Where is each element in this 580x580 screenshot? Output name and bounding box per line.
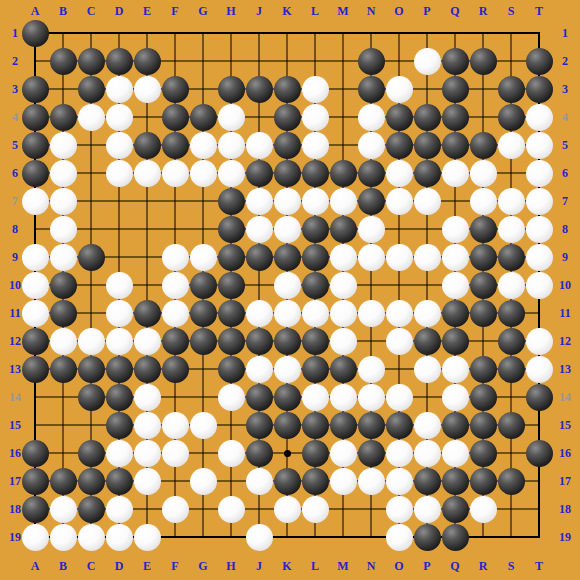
- stone-black-J12[interactable]: [246, 328, 273, 355]
- stone-white-F11[interactable]: [162, 300, 189, 327]
- stone-white-M10[interactable]: [330, 272, 357, 299]
- stone-black-C17[interactable]: [78, 468, 105, 495]
- stone-black-J14[interactable]: [246, 384, 273, 411]
- stone-white-P7[interactable]: [414, 188, 441, 215]
- stone-white-T6[interactable]: [526, 160, 553, 187]
- stone-black-R5[interactable]: [470, 132, 497, 159]
- col-label-top-H: H: [226, 5, 235, 17]
- stone-white-E16[interactable]: [134, 440, 161, 467]
- stone-white-B6[interactable]: [50, 160, 77, 187]
- stone-black-S12[interactable]: [498, 328, 525, 355]
- col-label-bottom-H: H: [226, 560, 235, 572]
- col-label-bottom-C: C: [87, 560, 96, 572]
- stone-white-D18[interactable]: [106, 496, 133, 523]
- stone-white-C12[interactable]: [78, 328, 105, 355]
- stone-black-E11[interactable]: [134, 300, 161, 327]
- row-label-right-18: 18: [559, 503, 571, 515]
- stone-black-H8[interactable]: [218, 216, 245, 243]
- stone-black-A6[interactable]: [22, 160, 49, 187]
- stone-black-Q11[interactable]: [442, 300, 469, 327]
- row-label-left-17: 17: [9, 475, 21, 487]
- row-label-left-18: 18: [9, 503, 21, 515]
- stone-white-D12[interactable]: [106, 328, 133, 355]
- stone-black-Q18[interactable]: [442, 496, 469, 523]
- stone-black-B10[interactable]: [50, 272, 77, 299]
- stone-white-E3[interactable]: [134, 76, 161, 103]
- stone-white-O18[interactable]: [386, 496, 413, 523]
- stone-black-A13[interactable]: [22, 356, 49, 383]
- col-label-bottom-F: F: [171, 560, 178, 572]
- stone-black-G10[interactable]: [190, 272, 217, 299]
- row-label-left-13: 13: [9, 363, 21, 375]
- stone-black-N16[interactable]: [358, 440, 385, 467]
- stone-white-E12[interactable]: [134, 328, 161, 355]
- stone-black-E5[interactable]: [134, 132, 161, 159]
- stone-black-C16[interactable]: [78, 440, 105, 467]
- stone-white-M11[interactable]: [330, 300, 357, 327]
- row-label-left-3: 3: [12, 83, 18, 95]
- stone-white-P16[interactable]: [414, 440, 441, 467]
- stone-white-M16[interactable]: [330, 440, 357, 467]
- col-label-bottom-K: K: [282, 560, 291, 572]
- stone-white-O14[interactable]: [386, 384, 413, 411]
- stone-white-J7[interactable]: [246, 188, 273, 215]
- stone-black-S11[interactable]: [498, 300, 525, 327]
- stone-white-F16[interactable]: [162, 440, 189, 467]
- stone-black-C9[interactable]: [78, 244, 105, 271]
- stone-black-H9[interactable]: [218, 244, 245, 271]
- row-label-right-16: 16: [559, 447, 571, 459]
- stone-white-H16[interactable]: [218, 440, 245, 467]
- stone-black-L6[interactable]: [302, 160, 329, 187]
- stone-black-L9[interactable]: [302, 244, 329, 271]
- stone-white-K7[interactable]: [274, 188, 301, 215]
- row-label-right-3: 3: [562, 83, 568, 95]
- stone-black-P19[interactable]: [414, 524, 441, 551]
- stone-white-P18[interactable]: [414, 496, 441, 523]
- stone-black-A4[interactable]: [22, 104, 49, 131]
- stone-black-A16[interactable]: [22, 440, 49, 467]
- col-label-top-P: P: [423, 5, 430, 17]
- stone-white-P9[interactable]: [414, 244, 441, 271]
- stone-white-L5[interactable]: [302, 132, 329, 159]
- row-label-right-17: 17: [559, 475, 571, 487]
- stone-black-Q2[interactable]: [442, 48, 469, 75]
- stone-white-N9[interactable]: [358, 244, 385, 271]
- row-label-right-10: 10: [559, 279, 571, 291]
- stone-white-R7[interactable]: [470, 188, 497, 215]
- stone-black-L15[interactable]: [302, 412, 329, 439]
- stone-black-A3[interactable]: [22, 76, 49, 103]
- stone-white-J19[interactable]: [246, 524, 273, 551]
- stone-white-L4[interactable]: [302, 104, 329, 131]
- stone-black-D15[interactable]: [106, 412, 133, 439]
- col-label-top-T: T: [535, 5, 543, 17]
- stone-white-J5[interactable]: [246, 132, 273, 159]
- stone-black-Q17[interactable]: [442, 468, 469, 495]
- stone-white-O19[interactable]: [386, 524, 413, 551]
- stone-black-P6[interactable]: [414, 160, 441, 187]
- stone-black-R17[interactable]: [470, 468, 497, 495]
- col-label-bottom-O: O: [394, 560, 403, 572]
- stone-black-N2[interactable]: [358, 48, 385, 75]
- stone-black-P17[interactable]: [414, 468, 441, 495]
- stone-black-E2[interactable]: [134, 48, 161, 75]
- stone-black-Q12[interactable]: [442, 328, 469, 355]
- stone-black-S15[interactable]: [498, 412, 525, 439]
- row-label-right-11: 11: [559, 307, 570, 319]
- stone-white-M12[interactable]: [330, 328, 357, 355]
- stone-black-S13[interactable]: [498, 356, 525, 383]
- row-label-left-14: 14: [9, 391, 21, 403]
- stone-black-J6[interactable]: [246, 160, 273, 187]
- stone-white-F6[interactable]: [162, 160, 189, 187]
- stone-white-O6[interactable]: [386, 160, 413, 187]
- stone-white-G5[interactable]: [190, 132, 217, 159]
- stone-black-R14[interactable]: [470, 384, 497, 411]
- stone-white-P15[interactable]: [414, 412, 441, 439]
- stone-black-J15[interactable]: [246, 412, 273, 439]
- stone-black-K4[interactable]: [274, 104, 301, 131]
- row-label-left-4: 4: [12, 111, 18, 123]
- stone-white-D3[interactable]: [106, 76, 133, 103]
- stone-black-K3[interactable]: [274, 76, 301, 103]
- stone-white-S10[interactable]: [498, 272, 525, 299]
- stone-white-N5[interactable]: [358, 132, 385, 159]
- stone-white-Q13[interactable]: [442, 356, 469, 383]
- stone-black-G12[interactable]: [190, 328, 217, 355]
- stone-black-A18[interactable]: [22, 496, 49, 523]
- stone-black-D2[interactable]: [106, 48, 133, 75]
- stone-white-J8[interactable]: [246, 216, 273, 243]
- stone-white-M14[interactable]: [330, 384, 357, 411]
- stone-black-K17[interactable]: [274, 468, 301, 495]
- col-label-bottom-A: A: [31, 560, 40, 572]
- stone-white-Q8[interactable]: [442, 216, 469, 243]
- stone-white-A19[interactable]: [22, 524, 49, 551]
- stone-black-H13[interactable]: [218, 356, 245, 383]
- stone-white-A11[interactable]: [22, 300, 49, 327]
- stone-white-B12[interactable]: [50, 328, 77, 355]
- stone-black-B13[interactable]: [50, 356, 77, 383]
- stone-white-E14[interactable]: [134, 384, 161, 411]
- stone-white-T8[interactable]: [526, 216, 553, 243]
- stone-black-L8[interactable]: [302, 216, 329, 243]
- stone-black-P4[interactable]: [414, 104, 441, 131]
- stone-black-L16[interactable]: [302, 440, 329, 467]
- stone-white-O16[interactable]: [386, 440, 413, 467]
- go-board[interactable]: AABBCCDDEEFFGGHHJJKKLLMMNNOOPPQQRRSSTT11…: [0, 0, 580, 580]
- stone-white-G17[interactable]: [190, 468, 217, 495]
- col-label-bottom-L: L: [311, 560, 319, 572]
- stone-black-F4[interactable]: [162, 104, 189, 131]
- stone-black-L17[interactable]: [302, 468, 329, 495]
- stone-black-F13[interactable]: [162, 356, 189, 383]
- stone-black-F5[interactable]: [162, 132, 189, 159]
- stone-black-M15[interactable]: [330, 412, 357, 439]
- stone-white-F18[interactable]: [162, 496, 189, 523]
- stone-white-T5[interactable]: [526, 132, 553, 159]
- stone-white-D6[interactable]: [106, 160, 133, 187]
- stone-black-R15[interactable]: [470, 412, 497, 439]
- row-label-right-12: 12: [559, 335, 571, 347]
- stone-black-K5[interactable]: [274, 132, 301, 159]
- stone-black-H7[interactable]: [218, 188, 245, 215]
- stone-black-T2[interactable]: [526, 48, 553, 75]
- stone-white-B5[interactable]: [50, 132, 77, 159]
- stone-black-F12[interactable]: [162, 328, 189, 355]
- stone-white-E6[interactable]: [134, 160, 161, 187]
- col-label-bottom-S: S: [508, 560, 515, 572]
- stone-white-B9[interactable]: [50, 244, 77, 271]
- stone-white-F10[interactable]: [162, 272, 189, 299]
- stone-white-G9[interactable]: [190, 244, 217, 271]
- stone-black-H11[interactable]: [218, 300, 245, 327]
- stone-black-B4[interactable]: [50, 104, 77, 131]
- stone-white-Q14[interactable]: [442, 384, 469, 411]
- stone-black-P5[interactable]: [414, 132, 441, 159]
- stone-white-N11[interactable]: [358, 300, 385, 327]
- stone-black-H10[interactable]: [218, 272, 245, 299]
- stone-black-L13[interactable]: [302, 356, 329, 383]
- stone-black-O15[interactable]: [386, 412, 413, 439]
- col-label-top-D: D: [115, 5, 124, 17]
- stone-black-A5[interactable]: [22, 132, 49, 159]
- stone-white-P11[interactable]: [414, 300, 441, 327]
- stone-white-P2[interactable]: [414, 48, 441, 75]
- stone-white-K18[interactable]: [274, 496, 301, 523]
- stone-white-G6[interactable]: [190, 160, 217, 187]
- stone-white-H5[interactable]: [218, 132, 245, 159]
- stone-white-L11[interactable]: [302, 300, 329, 327]
- stone-white-S8[interactable]: [498, 216, 525, 243]
- stone-white-F15[interactable]: [162, 412, 189, 439]
- stone-white-B8[interactable]: [50, 216, 77, 243]
- stone-white-H4[interactable]: [218, 104, 245, 131]
- stone-white-Q10[interactable]: [442, 272, 469, 299]
- stone-white-K11[interactable]: [274, 300, 301, 327]
- stone-white-E19[interactable]: [134, 524, 161, 551]
- stone-white-N17[interactable]: [358, 468, 385, 495]
- stone-black-E13[interactable]: [134, 356, 161, 383]
- stone-white-L18[interactable]: [302, 496, 329, 523]
- stone-black-P12[interactable]: [414, 328, 441, 355]
- stone-white-O9[interactable]: [386, 244, 413, 271]
- stone-black-M8[interactable]: [330, 216, 357, 243]
- stone-white-C4[interactable]: [78, 104, 105, 131]
- stone-black-S3[interactable]: [498, 76, 525, 103]
- col-label-top-L: L: [311, 5, 319, 17]
- stone-black-O5[interactable]: [386, 132, 413, 159]
- stone-white-H14[interactable]: [218, 384, 245, 411]
- stone-white-L14[interactable]: [302, 384, 329, 411]
- stone-black-A1[interactable]: [22, 20, 49, 47]
- stone-black-M13[interactable]: [330, 356, 357, 383]
- stone-white-N4[interactable]: [358, 104, 385, 131]
- col-label-bottom-D: D: [115, 560, 124, 572]
- stone-black-Q3[interactable]: [442, 76, 469, 103]
- stone-black-L10[interactable]: [302, 272, 329, 299]
- stone-white-O7[interactable]: [386, 188, 413, 215]
- stone-white-M7[interactable]: [330, 188, 357, 215]
- stone-black-A12[interactable]: [22, 328, 49, 355]
- stone-black-L12[interactable]: [302, 328, 329, 355]
- stone-white-M9[interactable]: [330, 244, 357, 271]
- stone-black-R16[interactable]: [470, 440, 497, 467]
- stone-black-N3[interactable]: [358, 76, 385, 103]
- stone-black-Q5[interactable]: [442, 132, 469, 159]
- col-label-bottom-E: E: [143, 560, 151, 572]
- stone-white-O12[interactable]: [386, 328, 413, 355]
- stone-white-B18[interactable]: [50, 496, 77, 523]
- stone-white-M17[interactable]: [330, 468, 357, 495]
- stone-black-K9[interactable]: [274, 244, 301, 271]
- stone-black-S9[interactable]: [498, 244, 525, 271]
- stone-black-N7[interactable]: [358, 188, 385, 215]
- col-label-bottom-R: R: [479, 560, 488, 572]
- stone-black-C14[interactable]: [78, 384, 105, 411]
- stone-white-Q9[interactable]: [442, 244, 469, 271]
- stone-white-D5[interactable]: [106, 132, 133, 159]
- stone-white-O3[interactable]: [386, 76, 413, 103]
- col-label-bottom-M: M: [337, 560, 348, 572]
- stone-black-S4[interactable]: [498, 104, 525, 131]
- stone-white-F9[interactable]: [162, 244, 189, 271]
- stone-black-K15[interactable]: [274, 412, 301, 439]
- stone-black-D17[interactable]: [106, 468, 133, 495]
- stone-white-N8[interactable]: [358, 216, 385, 243]
- stone-white-H18[interactable]: [218, 496, 245, 523]
- stone-white-K8[interactable]: [274, 216, 301, 243]
- stone-black-C3[interactable]: [78, 76, 105, 103]
- stone-white-O17[interactable]: [386, 468, 413, 495]
- stone-white-J17[interactable]: [246, 468, 273, 495]
- stone-black-B17[interactable]: [50, 468, 77, 495]
- stone-black-R8[interactable]: [470, 216, 497, 243]
- stone-black-O4[interactable]: [386, 104, 413, 131]
- col-label-top-F: F: [171, 5, 178, 17]
- stone-black-H12[interactable]: [218, 328, 245, 355]
- stone-white-R6[interactable]: [470, 160, 497, 187]
- stone-white-A9[interactable]: [22, 244, 49, 271]
- stone-white-R18[interactable]: [470, 496, 497, 523]
- stone-white-G15[interactable]: [190, 412, 217, 439]
- stone-black-C2[interactable]: [78, 48, 105, 75]
- stone-black-K14[interactable]: [274, 384, 301, 411]
- stone-black-N15[interactable]: [358, 412, 385, 439]
- stone-white-T4[interactable]: [526, 104, 553, 131]
- stone-white-Q6[interactable]: [442, 160, 469, 187]
- stone-black-N6[interactable]: [358, 160, 385, 187]
- stone-black-G11[interactable]: [190, 300, 217, 327]
- stone-white-E17[interactable]: [134, 468, 161, 495]
- stone-white-O11[interactable]: [386, 300, 413, 327]
- stone-white-E15[interactable]: [134, 412, 161, 439]
- stone-black-R11[interactable]: [470, 300, 497, 327]
- col-label-bottom-T: T: [535, 560, 543, 572]
- stone-white-D16[interactable]: [106, 440, 133, 467]
- stone-white-A10[interactable]: [22, 272, 49, 299]
- col-label-top-A: A: [31, 5, 40, 17]
- stone-black-J16[interactable]: [246, 440, 273, 467]
- stone-white-D4[interactable]: [106, 104, 133, 131]
- stone-black-J3[interactable]: [246, 76, 273, 103]
- stone-white-L7[interactable]: [302, 188, 329, 215]
- stone-black-B11[interactable]: [50, 300, 77, 327]
- stone-white-L3[interactable]: [302, 76, 329, 103]
- stone-black-R2[interactable]: [470, 48, 497, 75]
- stone-white-D19[interactable]: [106, 524, 133, 551]
- stone-white-T13[interactable]: [526, 356, 553, 383]
- stone-black-D13[interactable]: [106, 356, 133, 383]
- stone-white-K10[interactable]: [274, 272, 301, 299]
- stone-white-A7[interactable]: [22, 188, 49, 215]
- stone-black-T16[interactable]: [526, 440, 553, 467]
- stone-black-C13[interactable]: [78, 356, 105, 383]
- stone-white-B7[interactable]: [50, 188, 77, 215]
- stone-white-S7[interactable]: [498, 188, 525, 215]
- stone-black-R10[interactable]: [470, 272, 497, 299]
- stone-white-J13[interactable]: [246, 356, 273, 383]
- row-label-left-2: 2: [12, 55, 18, 67]
- col-label-bottom-B: B: [59, 560, 67, 572]
- stone-black-A17[interactable]: [22, 468, 49, 495]
- stone-black-T14[interactable]: [526, 384, 553, 411]
- stone-white-K13[interactable]: [274, 356, 301, 383]
- stone-black-C18[interactable]: [78, 496, 105, 523]
- stone-black-J9[interactable]: [246, 244, 273, 271]
- col-label-top-G: G: [198, 5, 207, 17]
- stone-white-T12[interactable]: [526, 328, 553, 355]
- stone-black-F3[interactable]: [162, 76, 189, 103]
- col-label-top-S: S: [508, 5, 515, 17]
- stone-white-T7[interactable]: [526, 188, 553, 215]
- stone-black-M6[interactable]: [330, 160, 357, 187]
- stone-black-R9[interactable]: [470, 244, 497, 271]
- stone-white-P13[interactable]: [414, 356, 441, 383]
- stone-white-T10[interactable]: [526, 272, 553, 299]
- col-label-bottom-P: P: [423, 560, 430, 572]
- col-label-top-J: J: [256, 5, 262, 17]
- stone-white-S5[interactable]: [498, 132, 525, 159]
- stone-white-D11[interactable]: [106, 300, 133, 327]
- stone-black-K12[interactable]: [274, 328, 301, 355]
- stone-white-D10[interactable]: [106, 272, 133, 299]
- col-label-top-R: R: [479, 5, 488, 17]
- stone-black-B2[interactable]: [50, 48, 77, 75]
- stone-white-N14[interactable]: [358, 384, 385, 411]
- stone-black-R13[interactable]: [470, 356, 497, 383]
- stone-white-H6[interactable]: [218, 160, 245, 187]
- stone-black-S17[interactable]: [498, 468, 525, 495]
- stone-black-Q15[interactable]: [442, 412, 469, 439]
- stone-white-J11[interactable]: [246, 300, 273, 327]
- stone-black-G4[interactable]: [190, 104, 217, 131]
- stone-black-T3[interactable]: [526, 76, 553, 103]
- stone-black-Q4[interactable]: [442, 104, 469, 131]
- row-label-right-2: 2: [562, 55, 568, 67]
- stone-white-T9[interactable]: [526, 244, 553, 271]
- stone-black-H3[interactable]: [218, 76, 245, 103]
- stone-white-B19[interactable]: [50, 524, 77, 551]
- stone-white-C19[interactable]: [78, 524, 105, 551]
- stone-black-D14[interactable]: [106, 384, 133, 411]
- stone-white-Q16[interactable]: [442, 440, 469, 467]
- stone-black-Q19[interactable]: [442, 524, 469, 551]
- col-label-bottom-N: N: [367, 560, 376, 572]
- stone-black-K6[interactable]: [274, 160, 301, 187]
- stone-white-N13[interactable]: [358, 356, 385, 383]
